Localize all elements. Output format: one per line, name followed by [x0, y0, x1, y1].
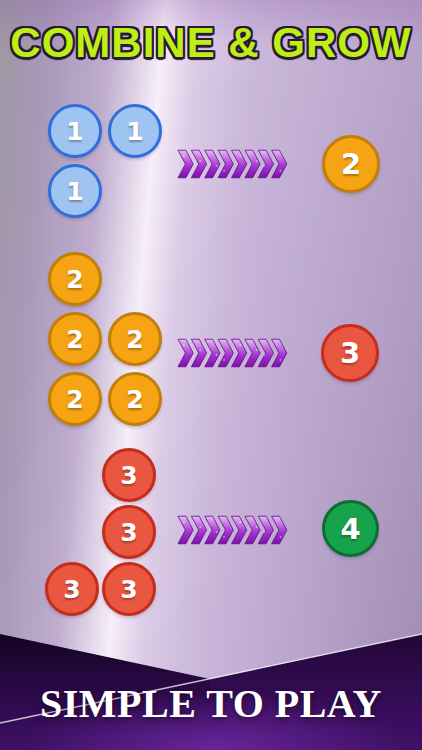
tile-circle-3: 3	[102, 562, 156, 616]
tile-circle-2: 2	[48, 252, 102, 306]
tile-circle-2: 2	[48, 372, 102, 426]
tile-circle-3: 3	[45, 562, 99, 616]
tile-circle-2: 2	[108, 372, 162, 426]
result-value: 4	[340, 512, 360, 546]
tile-circle-3: 3	[102, 505, 156, 559]
tile-circle-1: 1	[48, 104, 102, 158]
footer-caption: SIMPLE TO PLAY	[0, 682, 422, 726]
app-screenshot: COMBINE & GROW 111 2 22222 3 3333 4 SIMP…	[0, 0, 422, 750]
result-circle-4: 4	[322, 500, 379, 557]
page-title: COMBINE & GROW	[0, 20, 422, 66]
result-value: 3	[340, 336, 360, 370]
result-circle-2: 2	[322, 135, 380, 193]
result-value: 2	[341, 147, 361, 181]
merge-arrow-icon	[178, 148, 296, 180]
merge-arrow-icon	[178, 337, 296, 369]
tile-circle-3: 3	[102, 448, 156, 502]
tile-circle-1: 1	[108, 104, 162, 158]
tile-circle-1: 1	[48, 164, 102, 218]
tile-circle-2: 2	[48, 312, 102, 366]
merge-arrow-icon	[178, 514, 296, 546]
result-circle-3: 3	[321, 324, 379, 382]
tile-circle-2: 2	[108, 312, 162, 366]
